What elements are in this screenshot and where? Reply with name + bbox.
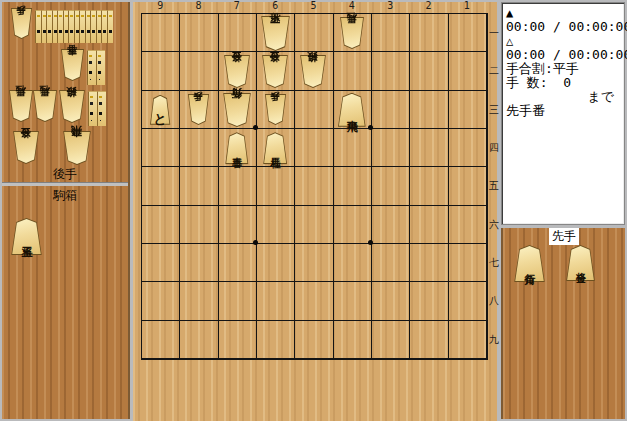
clock-panel: ▲ 00:00 / 00:00:00 △ 00:00 / 00:00:00 手合… (501, 2, 625, 225)
piece-kanji: 角行 (513, 249, 546, 282)
shogi-piece-桂馬-gote[interactable]: 桂馬 (8, 90, 34, 122)
handicap-line: 手合割:平手 (506, 62, 620, 76)
piece-kanji: 金将 (261, 55, 289, 85)
shogi-piece-歩兵-gote[interactable]: 歩兵 (10, 8, 33, 39)
shogi-piece-玉将-sente[interactable]: 玉将 (10, 218, 43, 255)
board-panel: 987654321一二三四五六七八九 王将 桂馬 金将 金将 銀将 と 歩兵 角… (133, 2, 497, 421)
shogi-piece-銀将-gote[interactable]: 銀将 (58, 90, 86, 123)
sente-hand-tray[interactable]: 先手 角行 金将 (501, 228, 625, 419)
sente-clock: 00:00 / 00:00:00 (506, 20, 620, 34)
shogi-piece-角行-gote[interactable]: 角行 (222, 93, 252, 127)
file-coordinate: 5 (303, 0, 323, 11)
file-coordinate: 4 (342, 0, 362, 11)
rank-coordinate: 七 (488, 256, 500, 270)
stacked-piece-edge[interactable] (88, 91, 97, 126)
rank-coordinate: 一 (488, 26, 500, 40)
piece-kanji: 金将 (565, 249, 596, 281)
piece-kanji: 歩兵 (187, 94, 210, 122)
piece-box[interactable]: 玉将 (2, 186, 128, 419)
piece-kanji: 飛車 (62, 131, 92, 162)
shogi-piece-飛車-sente[interactable]: 飛車 (337, 93, 367, 127)
piece-kanji: 桂馬 (8, 90, 34, 119)
shogi-piece-金将-sente[interactable]: 金将 (565, 245, 596, 281)
shogi-piece-歩兵-gote[interactable]: 歩兵 (264, 94, 287, 125)
shogi-piece-桂馬-gote[interactable]: 桂馬 (339, 17, 365, 49)
piece-kanji: 桂馬 (262, 135, 288, 164)
file-coordinate: 9 (150, 0, 170, 11)
piece-kanji: 歩兵 (264, 94, 287, 122)
shogi-piece-金将-gote[interactable]: 金将 (223, 55, 251, 88)
gote-clock: 00:00 / 00:00:00 (506, 48, 620, 62)
move-count-line: 手 数: 0 (506, 76, 620, 90)
piece-kanji: 桂馬 (339, 17, 365, 46)
sente-turn-mark: ▲ (506, 6, 620, 20)
shogi-piece-金将-gote[interactable]: 金将 (12, 131, 40, 164)
gote-label: 後手 (2, 166, 128, 183)
stacked-piece-edge[interactable] (96, 50, 105, 85)
turn-indicator: 先手番 (506, 104, 620, 118)
shogi-piece-歩兵-gote[interactable]: 歩兵 (187, 94, 210, 125)
app-window: 歩兵 香車 桂馬 桂馬 銀将 金将 飛車 後手 玉将 駒箱 987654321一… (0, 0, 627, 421)
rank-coordinate: 五 (488, 179, 500, 193)
shogi-piece-香車-gote[interactable]: 香車 (60, 49, 85, 81)
piece-kanji: 歩兵 (10, 8, 33, 36)
piece-kanji: 飛車 (337, 96, 367, 127)
piece-kanji: と (149, 98, 171, 125)
made-label: まで (506, 90, 620, 104)
gote-hand-tray[interactable]: 歩兵 香車 桂馬 桂馬 銀将 金将 飛車 (2, 2, 128, 182)
sente-label: 先手 (549, 228, 579, 245)
file-coordinate: 7 (227, 0, 247, 11)
file-coordinate: 8 (188, 0, 208, 11)
shogi-piece-角行-sente[interactable]: 角行 (513, 245, 546, 282)
stacked-piece-edge[interactable] (87, 50, 96, 85)
shogi-piece-王将-gote[interactable]: 王将 (260, 16, 291, 51)
piece-kanji: 香車 (60, 49, 85, 78)
shogi-piece-桂馬-gote[interactable]: 桂馬 (32, 90, 58, 122)
file-coordinate: 3 (380, 0, 400, 11)
rank-coordinate: 六 (488, 218, 500, 232)
piece-kanji: 王将 (260, 16, 291, 48)
piece-kanji: 角行 (222, 93, 252, 124)
file-coordinate: 2 (418, 0, 438, 11)
piece-kanji: 銀将 (58, 90, 86, 120)
rank-coordinate: 九 (488, 333, 500, 347)
piece-kanji: 香車 (224, 135, 249, 164)
shogi-piece-飛車-gote[interactable]: 飛車 (62, 131, 92, 165)
piece-box-label: 駒箱 (2, 187, 128, 204)
piece-kanji: 桂馬 (32, 90, 58, 119)
shogi-piece-桂馬-sente[interactable]: 桂馬 (262, 132, 288, 164)
piece-kanji: 金将 (12, 131, 40, 161)
shogi-piece-香車-sente[interactable]: 香車 (224, 132, 249, 164)
piece-kanji: 銀将 (299, 55, 327, 85)
gote-turn-mark: △ (506, 34, 620, 48)
shogi-piece-金将-gote[interactable]: 金将 (261, 55, 289, 88)
piece-kanji: 金将 (223, 55, 251, 85)
stacked-piece-edge[interactable] (107, 10, 113, 43)
piece-kanji: 玉将 (10, 222, 43, 255)
stacked-piece-edge[interactable] (97, 91, 106, 126)
rank-coordinate: 二 (488, 64, 500, 78)
file-coordinate: 1 (457, 0, 477, 11)
shogi-piece-銀将-gote[interactable]: 銀将 (299, 55, 327, 88)
rank-coordinate: 四 (488, 141, 500, 155)
rank-coordinate: 三 (488, 103, 500, 117)
file-coordinate: 6 (265, 0, 285, 11)
left-panel: 歩兵 香車 桂馬 桂馬 銀将 金将 飛車 後手 玉将 駒箱 (2, 2, 130, 419)
rank-coordinate: 八 (488, 294, 500, 308)
shogi-piece-と-sente[interactable]: と (149, 95, 171, 125)
